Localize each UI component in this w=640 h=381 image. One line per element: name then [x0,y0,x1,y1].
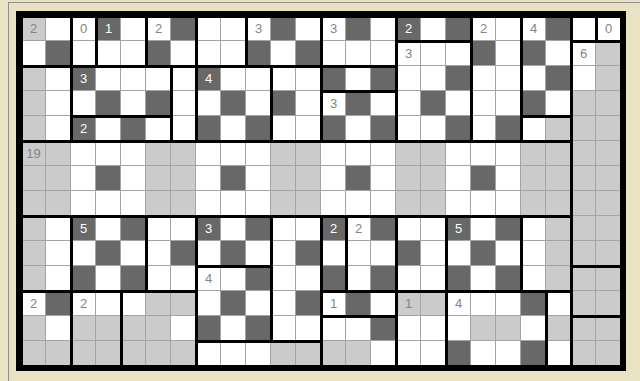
cell-r1c20[interactable] [496,16,521,41]
cell-r6c15[interactable] [371,141,396,166]
cell-r14c22[interactable] [546,341,571,366]
room-clue-r9c8[interactable]: 3 [196,216,221,241]
cell-r2c10[interactable] [246,41,271,66]
cell-r10c18[interactable] [446,241,471,266]
cell-r7c18[interactable] [446,166,471,191]
cell-r5c5[interactable] [121,116,146,141]
room-clue-r12c1[interactable]: 2 [21,291,46,316]
cell-r2c3[interactable] [71,41,96,66]
room-clue-r5c3[interactable]: 2 [71,116,96,141]
cell-r2c9[interactable] [221,41,246,66]
cell-r11c15[interactable] [371,266,396,291]
room-clue-r1c3[interactable]: 0 [71,16,96,41]
cell-r6c19[interactable] [471,141,496,166]
cell-r12c7[interactable] [171,291,196,316]
cell-r10c14[interactable] [346,241,371,266]
cell-r6c2[interactable] [46,141,71,166]
cell-r10c16[interactable] [396,241,421,266]
cell-r8c21[interactable] [521,191,546,216]
room-clue-r3c3[interactable]: 3 [71,66,96,91]
cell-r7c21[interactable] [521,166,546,191]
cell-r10c21[interactable] [521,241,546,266]
cell-r6c16[interactable] [396,141,421,166]
cell-r5c24[interactable] [596,116,621,141]
cell-r7c4[interactable] [96,166,121,191]
cell-r5c15[interactable] [371,116,396,141]
cell-r13c23[interactable] [571,316,596,341]
room-clue-r12c18[interactable]: 4 [446,291,471,316]
cell-r10c12[interactable] [296,241,321,266]
room-clue-r9c14[interactable]: 2 [346,216,371,241]
cell-r6c11[interactable] [271,141,296,166]
cell-r7c1[interactable] [21,166,46,191]
cell-r4c8[interactable] [196,91,221,116]
room-clue-r6c1[interactable]: 19 [21,141,46,166]
cell-r11c18[interactable] [446,266,471,291]
cell-r2c15[interactable] [371,41,396,66]
cell-r2c12[interactable] [296,41,321,66]
cell-r14c7[interactable] [171,341,196,366]
cell-r8c19[interactable] [471,191,496,216]
cell-r13c7[interactable] [171,316,196,341]
cell-r3c2[interactable] [46,66,71,91]
cell-r7c3[interactable] [71,166,96,191]
cell-r4c1[interactable] [21,91,46,116]
cell-r9c1[interactable] [21,216,46,241]
cell-r4c24[interactable] [596,91,621,116]
cell-r1c17[interactable] [421,16,446,41]
cell-r9c9[interactable] [221,216,246,241]
cell-r4c14[interactable] [346,91,371,116]
cell-r8c2[interactable] [46,191,71,216]
room-clue-r1c10[interactable]: 3 [246,16,271,41]
cell-r12c20[interactable] [496,291,521,316]
cell-r9c19[interactable] [471,216,496,241]
cell-r7c7[interactable] [171,166,196,191]
cell-r6c23[interactable] [571,141,596,166]
cell-r5c10[interactable] [246,116,271,141]
cell-r3c4[interactable] [96,66,121,91]
cell-r13c2[interactable] [46,316,71,341]
room-clue-r9c3[interactable]: 5 [71,216,96,241]
cell-r3c15[interactable] [371,66,396,91]
cell-r12c15[interactable] [371,291,396,316]
cell-r3c23[interactable] [571,66,596,91]
cell-r3c13[interactable] [321,66,346,91]
cell-r5c13[interactable] [321,116,346,141]
cell-r7c15[interactable] [371,166,396,191]
cell-r9c10[interactable] [246,216,271,241]
cell-r14c10[interactable] [246,341,271,366]
cell-r8c17[interactable] [421,191,446,216]
cell-r7c23[interactable] [571,166,596,191]
cell-r10c6[interactable] [146,241,171,266]
cell-r7c13[interactable] [321,166,346,191]
room-clue-r2c23[interactable]: 6 [571,41,596,66]
cell-r14c13[interactable] [321,341,346,366]
cell-r7c16[interactable] [396,166,421,191]
cell-r8c15[interactable] [371,191,396,216]
cell-r11c11[interactable] [271,266,296,291]
cell-r3c17[interactable] [421,66,446,91]
cell-r13c10[interactable] [246,316,271,341]
room-clue-r12c16[interactable]: 1 [396,291,421,316]
cell-r13c15[interactable] [371,316,396,341]
cell-r2c24[interactable] [596,41,621,66]
cell-r3c20[interactable] [496,66,521,91]
cell-r8c4[interactable] [96,191,121,216]
cell-r9c22[interactable] [546,216,571,241]
cell-r8c1[interactable] [21,191,46,216]
cell-r12c12[interactable] [296,291,321,316]
cell-r7c10[interactable] [246,166,271,191]
cell-r5c21[interactable] [521,116,546,141]
cell-r2c6[interactable] [146,41,171,66]
cell-r12c6[interactable] [146,291,171,316]
cell-r5c16[interactable] [396,116,421,141]
cell-r9c24[interactable] [596,216,621,241]
cell-r4c17[interactable] [421,91,446,116]
cell-r6c6[interactable] [146,141,171,166]
cell-r11c9[interactable] [221,266,246,291]
cell-r11c14[interactable] [346,266,371,291]
cell-r5c22[interactable] [546,116,571,141]
cell-r5c7[interactable] [171,116,196,141]
room-clue-r12c3[interactable]: 2 [71,291,96,316]
cell-r7c20[interactable] [496,166,521,191]
cell-r11c4[interactable] [96,266,121,291]
cell-r13c16[interactable] [396,316,421,341]
cell-r9c5[interactable] [121,216,146,241]
cell-r5c8[interactable] [196,116,221,141]
cell-r11c13[interactable] [321,266,346,291]
cell-r11c2[interactable] [46,266,71,291]
cell-r3c6[interactable] [146,66,171,91]
cell-r10c22[interactable] [546,241,571,266]
cell-r10c20[interactable] [496,241,521,266]
cell-r5c1[interactable] [21,116,46,141]
cell-r9c23[interactable] [571,216,596,241]
cell-r6c21[interactable] [521,141,546,166]
cell-r8c18[interactable] [446,191,471,216]
cell-r10c1[interactable] [21,241,46,266]
cell-r3c5[interactable] [121,66,146,91]
cell-r10c15[interactable] [371,241,396,266]
cell-r3c19[interactable] [471,66,496,91]
cell-r10c10[interactable] [246,241,271,266]
cell-r8c9[interactable] [221,191,246,216]
cell-r1c14[interactable] [346,16,371,41]
cell-r13c3[interactable] [71,316,96,341]
cell-r7c11[interactable] [271,166,296,191]
cell-r13c24[interactable] [596,316,621,341]
cell-r6c8[interactable] [196,141,221,166]
cell-r2c21[interactable] [521,41,546,66]
cell-r12c19[interactable] [471,291,496,316]
cell-r2c7[interactable] [171,41,196,66]
cell-r10c17[interactable] [421,241,446,266]
cell-r3c12[interactable] [296,66,321,91]
cell-r13c6[interactable] [146,316,171,341]
cell-r10c24[interactable] [596,241,621,266]
cell-r10c9[interactable] [221,241,246,266]
cell-r2c18[interactable] [446,41,471,66]
cell-r2c14[interactable] [346,41,371,66]
cell-r9c17[interactable] [421,216,446,241]
cell-r5c12[interactable] [296,116,321,141]
cell-r4c19[interactable] [471,91,496,116]
cell-r5c17[interactable] [421,116,446,141]
cell-r14c6[interactable] [146,341,171,366]
cell-r14c24[interactable] [596,341,621,366]
cell-r1c15[interactable] [371,16,396,41]
cell-r7c12[interactable] [296,166,321,191]
cell-r1c5[interactable] [121,16,146,41]
cell-r2c2[interactable] [46,41,71,66]
cell-r13c22[interactable] [546,316,571,341]
room-clue-r2c16[interactable]: 3 [396,41,421,66]
room-clue-r1c24[interactable]: 0 [596,16,621,41]
cell-r2c20[interactable] [496,41,521,66]
cell-r1c8[interactable] [196,16,221,41]
cell-r11c22[interactable] [546,266,571,291]
cell-r5c2[interactable] [46,116,71,141]
cell-r6c10[interactable] [246,141,271,166]
room-clue-r1c13[interactable]: 3 [321,16,346,41]
cell-r6c9[interactable] [221,141,246,166]
cell-r7c17[interactable] [421,166,446,191]
cell-r13c19[interactable] [471,316,496,341]
cell-r7c2[interactable] [46,166,71,191]
cell-r13c20[interactable] [496,316,521,341]
cell-r14c11[interactable] [271,341,296,366]
cell-r3c18[interactable] [446,66,471,91]
cell-r2c1[interactable] [21,41,46,66]
cell-r14c4[interactable] [96,341,121,366]
cell-r11c23[interactable] [571,266,596,291]
cell-r4c18[interactable] [446,91,471,116]
cell-r13c11[interactable] [271,316,296,341]
cell-r4c11[interactable] [271,91,296,116]
cell-r4c21[interactable] [521,91,546,116]
cell-r2c22[interactable] [546,41,571,66]
cell-r3c11[interactable] [271,66,296,91]
cell-r2c17[interactable] [421,41,446,66]
cell-r14c18[interactable] [446,341,471,366]
room-clue-r9c13[interactable]: 2 [321,216,346,241]
cell-r10c13[interactable] [321,241,346,266]
cell-r1c12[interactable] [296,16,321,41]
cell-r11c10[interactable] [246,266,271,291]
cell-r4c2[interactable] [46,91,71,116]
room-clue-r4c13[interactable]: 3 [321,91,346,116]
cell-r14c12[interactable] [296,341,321,366]
cell-r14c16[interactable] [396,341,421,366]
cell-r8c7[interactable] [171,191,196,216]
cell-r5c20[interactable] [496,116,521,141]
cell-r13c8[interactable] [196,316,221,341]
cell-r11c3[interactable] [71,266,96,291]
cell-r8c16[interactable] [396,191,421,216]
cell-r6c7[interactable] [171,141,196,166]
cell-r14c17[interactable] [421,341,446,366]
cell-r13c5[interactable] [121,316,146,341]
cell-r10c19[interactable] [471,241,496,266]
cell-r12c24[interactable] [596,291,621,316]
cell-r11c7[interactable] [171,266,196,291]
cell-r5c18[interactable] [446,116,471,141]
cell-r8c13[interactable] [321,191,346,216]
cell-r7c19[interactable] [471,166,496,191]
cell-r10c11[interactable] [271,241,296,266]
cell-r3c14[interactable] [346,66,371,91]
cell-r14c23[interactable] [571,341,596,366]
cell-r2c11[interactable] [271,41,296,66]
cell-r8c14[interactable] [346,191,371,216]
cell-r12c17[interactable] [421,291,446,316]
cell-r1c9[interactable] [221,16,246,41]
cell-r4c6[interactable] [146,91,171,116]
cell-r6c14[interactable] [346,141,371,166]
cell-r5c19[interactable] [471,116,496,141]
cell-r14c20[interactable] [496,341,521,366]
cell-r8c11[interactable] [271,191,296,216]
cell-r7c14[interactable] [346,166,371,191]
cell-r12c10[interactable] [246,291,271,316]
cell-r12c5[interactable] [121,291,146,316]
cell-r11c16[interactable] [396,266,421,291]
room-clue-r1c21[interactable]: 4 [521,16,546,41]
cell-r6c4[interactable] [96,141,121,166]
cell-r4c5[interactable] [121,91,146,116]
cell-r6c18[interactable] [446,141,471,166]
cell-r5c4[interactable] [96,116,121,141]
room-clue-r1c1[interactable]: 2 [21,16,46,41]
room-clue-r1c16[interactable]: 2 [396,16,421,41]
cell-r13c18[interactable] [446,316,471,341]
cell-r13c17[interactable] [421,316,446,341]
room-clue-r3c8[interactable]: 4 [196,66,221,91]
cell-r6c24[interactable] [596,141,621,166]
cell-r10c4[interactable] [96,241,121,266]
cell-r6c20[interactable] [496,141,521,166]
cell-r3c21[interactable] [521,66,546,91]
cell-r10c3[interactable] [71,241,96,266]
cell-r11c1[interactable] [21,266,46,291]
cell-r1c18[interactable] [446,16,471,41]
cell-r3c16[interactable] [396,66,421,91]
cell-r9c16[interactable] [396,216,421,241]
cell-r12c23[interactable] [571,291,596,316]
cell-r14c5[interactable] [121,341,146,366]
cell-r6c5[interactable] [121,141,146,166]
cell-r9c7[interactable] [171,216,196,241]
cell-r5c9[interactable] [221,116,246,141]
cell-r2c19[interactable] [471,41,496,66]
cell-r12c2[interactable] [46,291,71,316]
cell-r3c22[interactable] [546,66,571,91]
cell-r8c24[interactable] [596,191,621,216]
cell-r1c2[interactable] [46,16,71,41]
cell-r4c15[interactable] [371,91,396,116]
cell-r2c5[interactable] [121,41,146,66]
cell-r2c8[interactable] [196,41,221,66]
cell-r4c9[interactable] [221,91,246,116]
cell-r14c19[interactable] [471,341,496,366]
cell-r8c20[interactable] [496,191,521,216]
cell-r9c21[interactable] [521,216,546,241]
cell-r5c23[interactable] [571,116,596,141]
cell-r5c11[interactable] [271,116,296,141]
cell-r3c7[interactable] [171,66,196,91]
cell-r14c8[interactable] [196,341,221,366]
cell-r13c13[interactable] [321,316,346,341]
cell-r3c24[interactable] [596,66,621,91]
cell-r8c8[interactable] [196,191,221,216]
room-clue-r1c19[interactable]: 2 [471,16,496,41]
cell-r1c23[interactable] [571,16,596,41]
cell-r11c20[interactable] [496,266,521,291]
room-clue-r1c4[interactable]: 1 [96,16,121,41]
cell-r6c17[interactable] [421,141,446,166]
cell-r1c11[interactable] [271,16,296,41]
cell-r8c12[interactable] [296,191,321,216]
cell-r14c2[interactable] [46,341,71,366]
cell-r11c19[interactable] [471,266,496,291]
cell-r8c6[interactable] [146,191,171,216]
cell-r5c14[interactable] [346,116,371,141]
cell-r4c20[interactable] [496,91,521,116]
cell-r11c5[interactable] [121,266,146,291]
cell-r11c17[interactable] [421,266,446,291]
cell-r12c22[interactable] [546,291,571,316]
cell-r11c12[interactable] [296,266,321,291]
cell-r4c4[interactable] [96,91,121,116]
cell-r8c23[interactable] [571,191,596,216]
cell-r7c6[interactable] [146,166,171,191]
cell-r9c15[interactable] [371,216,396,241]
room-clue-r11c8[interactable]: 4 [196,266,221,291]
cell-r14c14[interactable] [346,341,371,366]
room-clue-r12c13[interactable]: 1 [321,291,346,316]
cell-r13c21[interactable] [521,316,546,341]
cell-r5c6[interactable] [146,116,171,141]
room-clue-r1c6[interactable]: 2 [146,16,171,41]
cell-r2c4[interactable] [96,41,121,66]
cell-r7c8[interactable] [196,166,221,191]
cell-r6c12[interactable] [296,141,321,166]
cell-r7c5[interactable] [121,166,146,191]
cell-r4c10[interactable] [246,91,271,116]
cell-r11c24[interactable] [596,266,621,291]
room-clue-r9c18[interactable]: 5 [446,216,471,241]
cell-r6c22[interactable] [546,141,571,166]
cell-r3c9[interactable] [221,66,246,91]
cell-r11c21[interactable] [521,266,546,291]
cell-r2c13[interactable] [321,41,346,66]
cell-r9c2[interactable] [46,216,71,241]
cell-r6c13[interactable] [321,141,346,166]
cell-r3c10[interactable] [246,66,271,91]
cell-r9c11[interactable] [271,216,296,241]
cell-r4c3[interactable] [71,91,96,116]
cell-r14c3[interactable] [71,341,96,366]
cell-r12c21[interactable] [521,291,546,316]
cell-r7c22[interactable] [546,166,571,191]
cell-r4c7[interactable] [171,91,196,116]
cell-r10c2[interactable] [46,241,71,266]
cell-r13c9[interactable] [221,316,246,341]
